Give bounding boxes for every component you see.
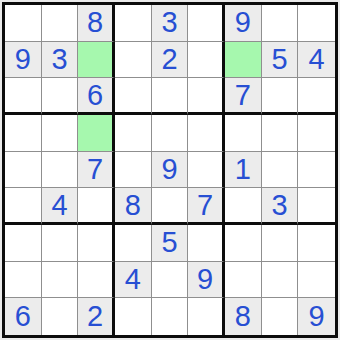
cell-r3c2[interactable] bbox=[42, 78, 79, 115]
cell-r8c8[interactable] bbox=[262, 262, 299, 299]
cell-r3c9[interactable] bbox=[298, 78, 335, 115]
cell-r2c7[interactable] bbox=[225, 42, 262, 79]
cell-r9c4[interactable] bbox=[115, 298, 152, 335]
cell-r6c7[interactable] bbox=[225, 188, 262, 225]
cell-r3c8[interactable] bbox=[262, 78, 299, 115]
cell-r1c7[interactable]: 9 bbox=[225, 5, 262, 42]
cell-r7c4[interactable] bbox=[115, 225, 152, 262]
cell-r9c3[interactable]: 2 bbox=[78, 298, 115, 335]
cell-r1c8[interactable] bbox=[262, 5, 299, 42]
cell-r5c5[interactable]: 9 bbox=[152, 152, 189, 189]
cell-r9c1[interactable]: 6 bbox=[5, 298, 42, 335]
cell-r7c3[interactable] bbox=[78, 225, 115, 262]
cell-r8c6[interactable]: 9 bbox=[188, 262, 225, 299]
cell-r2c3[interactable] bbox=[78, 42, 115, 79]
cell-r2c4[interactable] bbox=[115, 42, 152, 79]
cell-r5c6[interactable] bbox=[188, 152, 225, 189]
cell-r8c9[interactable] bbox=[298, 262, 335, 299]
cell-r4c2[interactable] bbox=[42, 115, 79, 152]
cell-r2c9[interactable]: 4 bbox=[298, 42, 335, 79]
cell-r6c8[interactable]: 3 bbox=[262, 188, 299, 225]
cell-r8c2[interactable] bbox=[42, 262, 79, 299]
cell-r6c4[interactable]: 8 bbox=[115, 188, 152, 225]
cell-r6c6[interactable]: 7 bbox=[188, 188, 225, 225]
cell-r7c8[interactable] bbox=[262, 225, 299, 262]
cell-r8c4[interactable]: 4 bbox=[115, 262, 152, 299]
cell-r4c5[interactable] bbox=[152, 115, 189, 152]
cell-r3c6[interactable] bbox=[188, 78, 225, 115]
cell-r6c9[interactable] bbox=[298, 188, 335, 225]
cell-r3c3[interactable]: 6 bbox=[78, 78, 115, 115]
cell-r4c7[interactable] bbox=[225, 115, 262, 152]
cell-r6c1[interactable] bbox=[5, 188, 42, 225]
cell-r7c5[interactable]: 5 bbox=[152, 225, 189, 262]
cell-r4c3[interactable] bbox=[78, 115, 115, 152]
cell-r9c2[interactable] bbox=[42, 298, 79, 335]
cell-r5c9[interactable] bbox=[298, 152, 335, 189]
cell-r4c1[interactable] bbox=[5, 115, 42, 152]
cell-r6c5[interactable] bbox=[152, 188, 189, 225]
cell-r9c8[interactable] bbox=[262, 298, 299, 335]
cell-r1c4[interactable] bbox=[115, 5, 152, 42]
cell-r2c6[interactable] bbox=[188, 42, 225, 79]
cell-r3c1[interactable] bbox=[5, 78, 42, 115]
sudoku-grid: 839932546779148735496289 bbox=[2, 2, 338, 338]
cell-r8c7[interactable] bbox=[225, 262, 262, 299]
cell-r6c2[interactable]: 4 bbox=[42, 188, 79, 225]
cell-r1c2[interactable] bbox=[42, 5, 79, 42]
cell-r8c1[interactable] bbox=[5, 262, 42, 299]
cell-r5c2[interactable] bbox=[42, 152, 79, 189]
cell-r1c9[interactable] bbox=[298, 5, 335, 42]
cell-r5c4[interactable] bbox=[115, 152, 152, 189]
cell-r3c7[interactable]: 7 bbox=[225, 78, 262, 115]
cell-r9c5[interactable] bbox=[152, 298, 189, 335]
cell-r9c6[interactable] bbox=[188, 298, 225, 335]
cell-r7c7[interactable] bbox=[225, 225, 262, 262]
cell-r2c2[interactable]: 3 bbox=[42, 42, 79, 79]
cell-r5c7[interactable]: 1 bbox=[225, 152, 262, 189]
cell-r4c8[interactable] bbox=[262, 115, 299, 152]
cell-r3c5[interactable] bbox=[152, 78, 189, 115]
cell-r6c3[interactable] bbox=[78, 188, 115, 225]
cell-r7c1[interactable] bbox=[5, 225, 42, 262]
cell-r4c9[interactable] bbox=[298, 115, 335, 152]
cell-r4c6[interactable] bbox=[188, 115, 225, 152]
cell-r3c4[interactable] bbox=[115, 78, 152, 115]
cell-r2c1[interactable]: 9 bbox=[5, 42, 42, 79]
cell-r9c7[interactable]: 8 bbox=[225, 298, 262, 335]
cell-r5c3[interactable]: 7 bbox=[78, 152, 115, 189]
cell-r5c1[interactable] bbox=[5, 152, 42, 189]
cell-r2c5[interactable]: 2 bbox=[152, 42, 189, 79]
cell-r1c6[interactable] bbox=[188, 5, 225, 42]
cell-r7c2[interactable] bbox=[42, 225, 79, 262]
cell-r4c4[interactable] bbox=[115, 115, 152, 152]
cell-r5c8[interactable] bbox=[262, 152, 299, 189]
cell-r1c1[interactable] bbox=[5, 5, 42, 42]
cell-r9c9[interactable]: 9 bbox=[298, 298, 335, 335]
cell-r8c3[interactable] bbox=[78, 262, 115, 299]
cell-r7c6[interactable] bbox=[188, 225, 225, 262]
cell-r8c5[interactable] bbox=[152, 262, 189, 299]
cell-r1c5[interactable]: 3 bbox=[152, 5, 189, 42]
cell-r1c3[interactable]: 8 bbox=[78, 5, 115, 42]
cell-r7c9[interactable] bbox=[298, 225, 335, 262]
cell-r2c8[interactable]: 5 bbox=[262, 42, 299, 79]
